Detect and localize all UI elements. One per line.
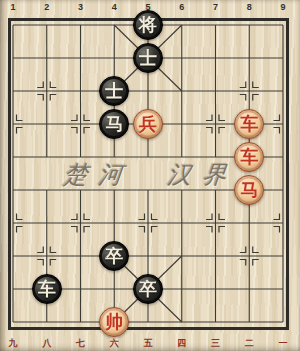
xiangqi-board[interactable]: 123456789 楚河 汉界 将士士马兵车车马卒车卒帅 九八七六五四三二一 <box>0 0 300 351</box>
piece-black-advisor[interactable]: 士 <box>133 43 163 73</box>
piece-red-soldier[interactable]: 兵 <box>133 109 163 139</box>
river-label-right: 汉界 <box>145 160 248 190</box>
piece-black-chariot[interactable]: 车 <box>32 274 62 304</box>
river-label-left: 楚河 <box>41 160 144 190</box>
piece-black-general[interactable]: 将 <box>133 10 163 40</box>
piece-black-soldier[interactable]: 卒 <box>133 274 163 304</box>
